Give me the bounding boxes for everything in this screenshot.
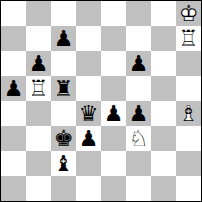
square-g4[interactable] xyxy=(151,101,176,126)
square-g2[interactable] xyxy=(151,151,176,176)
square-f5[interactable] xyxy=(126,76,151,101)
square-h1[interactable] xyxy=(176,176,201,201)
square-h4[interactable]: ♝♗ xyxy=(176,101,201,126)
white-rook: ♜♖ xyxy=(26,76,51,101)
black-king-body: ♚ xyxy=(51,126,76,151)
square-f7[interactable] xyxy=(126,26,151,51)
black-pawn: ♟ xyxy=(76,126,101,151)
square-f4[interactable]: ♟ xyxy=(126,101,151,126)
black-rook-body: ♜ xyxy=(51,76,76,101)
square-b1[interactable] xyxy=(26,176,51,201)
square-e5[interactable] xyxy=(101,76,126,101)
square-h2[interactable] xyxy=(176,151,201,176)
square-c1[interactable] xyxy=(51,176,76,201)
white-rook-outline: ♖ xyxy=(26,76,51,101)
square-b5[interactable]: ♜♖ xyxy=(26,76,51,101)
black-rook: ♜ xyxy=(51,76,76,101)
square-h3[interactable] xyxy=(176,126,201,151)
black-pawn-body: ♟ xyxy=(1,76,26,101)
white-knight-outline: ♘ xyxy=(126,126,151,151)
square-a1[interactable] xyxy=(1,176,26,201)
square-a5[interactable]: ♟ xyxy=(1,76,26,101)
square-a2[interactable] xyxy=(1,151,26,176)
square-e6[interactable] xyxy=(101,51,126,76)
square-h8[interactable]: ♚♔ xyxy=(176,1,201,26)
black-pawn: ♟ xyxy=(26,51,51,76)
black-pawn-body: ♟ xyxy=(126,51,151,76)
black-pawn-body: ♟ xyxy=(51,26,76,51)
square-b4[interactable] xyxy=(26,101,51,126)
black-pawn-body: ♟ xyxy=(26,51,51,76)
square-b3[interactable] xyxy=(26,126,51,151)
square-h7[interactable]: ♜♖ xyxy=(176,26,201,51)
white-bishop: ♝♗ xyxy=(176,101,201,126)
square-e3[interactable] xyxy=(101,126,126,151)
square-b7[interactable] xyxy=(26,26,51,51)
square-g7[interactable] xyxy=(151,26,176,51)
square-a8[interactable] xyxy=(1,1,26,26)
black-pawn: ♟ xyxy=(51,26,76,51)
square-d5[interactable] xyxy=(76,76,101,101)
black-pawn: ♟ xyxy=(101,101,126,126)
square-c8[interactable] xyxy=(51,1,76,26)
square-e4[interactable]: ♟ xyxy=(101,101,126,126)
black-pawn-body: ♟ xyxy=(76,126,101,151)
square-g6[interactable] xyxy=(151,51,176,76)
square-b6[interactable]: ♟ xyxy=(26,51,51,76)
square-a3[interactable] xyxy=(1,126,26,151)
square-c7[interactable]: ♟ xyxy=(51,26,76,51)
square-g1[interactable] xyxy=(151,176,176,201)
black-king: ♚ xyxy=(51,126,76,151)
square-a4[interactable] xyxy=(1,101,26,126)
black-bishop-body: ♝ xyxy=(51,151,76,176)
square-e1[interactable] xyxy=(101,176,126,201)
square-f2[interactable] xyxy=(126,151,151,176)
square-g5[interactable] xyxy=(151,76,176,101)
square-a6[interactable] xyxy=(1,51,26,76)
square-d1[interactable] xyxy=(76,176,101,201)
chess-board-grid: ♚♔♟♜♖♟♟♟♜♖♜♛♟♟♝♗♚♟♞♘♝ xyxy=(1,1,201,201)
square-c4[interactable] xyxy=(51,101,76,126)
black-pawn-body: ♟ xyxy=(101,101,126,126)
black-queen-body: ♛ xyxy=(76,101,101,126)
black-queen: ♛ xyxy=(76,101,101,126)
square-c3[interactable]: ♚ xyxy=(51,126,76,151)
white-bishop-outline: ♗ xyxy=(176,101,201,126)
black-pawn: ♟ xyxy=(1,76,26,101)
black-pawn-body: ♟ xyxy=(126,101,151,126)
white-rook: ♜♖ xyxy=(176,26,201,51)
square-g3[interactable] xyxy=(151,126,176,151)
square-e8[interactable] xyxy=(101,1,126,26)
square-g8[interactable] xyxy=(151,1,176,26)
square-d7[interactable] xyxy=(76,26,101,51)
square-d8[interactable] xyxy=(76,1,101,26)
white-king: ♚♔ xyxy=(176,1,201,26)
square-d6[interactable] xyxy=(76,51,101,76)
square-f8[interactable] xyxy=(126,1,151,26)
square-c6[interactable] xyxy=(51,51,76,76)
square-e7[interactable] xyxy=(101,26,126,51)
white-knight: ♞♘ xyxy=(126,126,151,151)
square-a7[interactable] xyxy=(1,26,26,51)
white-rook-outline: ♖ xyxy=(176,26,201,51)
square-d3[interactable]: ♟ xyxy=(76,126,101,151)
square-c5[interactable]: ♜ xyxy=(51,76,76,101)
square-h5[interactable] xyxy=(176,76,201,101)
square-c2[interactable]: ♝ xyxy=(51,151,76,176)
black-pawn: ♟ xyxy=(126,51,151,76)
black-bishop: ♝ xyxy=(51,151,76,176)
square-d4[interactable]: ♛ xyxy=(76,101,101,126)
black-pawn: ♟ xyxy=(126,101,151,126)
square-b8[interactable] xyxy=(26,1,51,26)
square-b2[interactable] xyxy=(26,151,51,176)
square-e2[interactable] xyxy=(101,151,126,176)
square-f3[interactable]: ♞♘ xyxy=(126,126,151,151)
square-f6[interactable]: ♟ xyxy=(126,51,151,76)
square-h6[interactable] xyxy=(176,51,201,76)
white-king-outline: ♔ xyxy=(176,1,201,26)
chess-board: ♚♔♟♜♖♟♟♟♜♖♜♛♟♟♝♗♚♟♞♘♝ xyxy=(0,0,202,202)
square-f1[interactable] xyxy=(126,176,151,201)
square-d2[interactable] xyxy=(76,151,101,176)
